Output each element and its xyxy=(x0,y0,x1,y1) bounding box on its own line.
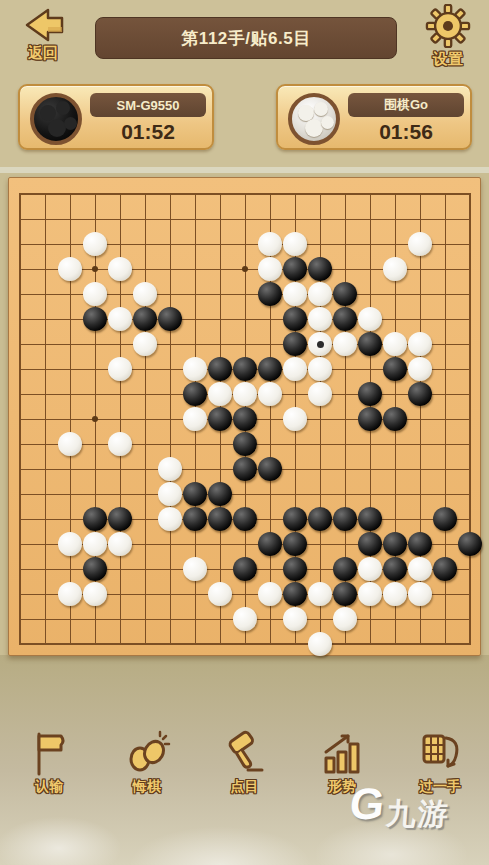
black-stone-13-13 xyxy=(333,507,357,531)
white-stone-13-17 xyxy=(333,607,357,631)
black-stone-13-4 xyxy=(333,282,357,306)
black-stone-13-5 xyxy=(333,307,357,331)
white-stone-16-6 xyxy=(408,332,432,356)
white-stone-10-8 xyxy=(258,382,282,406)
white-stone-12-7 xyxy=(308,357,332,381)
black-stone-4-13 xyxy=(108,507,132,531)
white-stone-15-6 xyxy=(383,332,407,356)
white-stone-3-4 xyxy=(83,282,107,306)
white-stone-12-18 xyxy=(308,632,332,656)
white-player-name-plate: 围棋Go xyxy=(348,93,464,117)
black-stone-11-13 xyxy=(283,507,307,531)
black-stone-3-15 xyxy=(83,557,107,581)
back-arrow-icon xyxy=(12,6,74,46)
white-stone-15-16 xyxy=(383,582,407,606)
black-stone-11-6 xyxy=(283,332,307,356)
black-player-name: SM-G9550 xyxy=(117,98,180,113)
white-stone-16-2 xyxy=(408,232,432,256)
black-stone-8-13 xyxy=(208,507,232,531)
settings-label: 设置 xyxy=(417,50,479,69)
white-stone-16-15 xyxy=(408,557,432,581)
white-stone-12-4 xyxy=(308,282,332,306)
last-move-marker xyxy=(317,341,324,348)
white-stone-4-3 xyxy=(108,257,132,281)
black-player-avatar xyxy=(30,93,82,145)
undo-button[interactable]: 悔棋 xyxy=(102,730,192,796)
black-stone-14-9 xyxy=(358,407,382,431)
black-stone-11-3 xyxy=(283,257,307,281)
white-stone-10-3 xyxy=(258,257,282,281)
white-stone-5-4 xyxy=(133,282,157,306)
white-stone-11-4 xyxy=(283,282,307,306)
black-player-clock: 01:52 xyxy=(90,120,206,144)
white-player-name: 围棋Go xyxy=(384,96,428,114)
black-stone-9-11 xyxy=(233,457,257,481)
black-stone-14-13 xyxy=(358,507,382,531)
chart-icon xyxy=(297,730,387,778)
resign-label: 认输 xyxy=(4,778,94,796)
star-point xyxy=(92,416,98,422)
white-stone-2-14 xyxy=(58,532,82,556)
white-stone-6-11 xyxy=(158,457,182,481)
gavel-icon xyxy=(199,730,289,778)
white-stone-11-7 xyxy=(283,357,307,381)
black-stone-13-15 xyxy=(333,557,357,581)
move-info-plate: 第112手/贴6.5目 xyxy=(95,17,397,59)
white-stone-12-6 xyxy=(308,332,332,356)
white-stone-6-13 xyxy=(158,507,182,531)
black-stone-11-5 xyxy=(283,307,307,331)
watermark-logo: G 九游 xyxy=(350,782,480,838)
white-stone-7-9 xyxy=(183,407,207,431)
black-stone-13-16 xyxy=(333,582,357,606)
black-stone-7-13 xyxy=(183,507,207,531)
watermark-text: 九游 xyxy=(385,794,452,835)
black-stone-15-7 xyxy=(383,357,407,381)
white-stone-11-9 xyxy=(283,407,307,431)
white-stone-2-3 xyxy=(58,257,82,281)
watermark-mark: G xyxy=(348,782,387,826)
flag-icon xyxy=(4,730,94,778)
gear-icon xyxy=(425,34,471,51)
black-stone-16-8 xyxy=(408,382,432,406)
count-button[interactable]: 点目 xyxy=(199,730,289,796)
white-stone-4-7 xyxy=(108,357,132,381)
white-stone-4-14 xyxy=(108,532,132,556)
white-stone-8-16 xyxy=(208,582,232,606)
player-card-black: SM-G9550 01:52 xyxy=(18,84,214,150)
black-stone-14-8 xyxy=(358,382,382,406)
white-stone-8-8 xyxy=(208,382,232,406)
white-stone-12-16 xyxy=(308,582,332,606)
black-stone-15-9 xyxy=(383,407,407,431)
black-stone-16-14 xyxy=(408,532,432,556)
white-stone-12-5 xyxy=(308,307,332,331)
back-label: 返回 xyxy=(12,44,74,63)
go-board[interactable] xyxy=(8,177,481,656)
black-stone-15-15 xyxy=(383,557,407,581)
white-stone-7-7 xyxy=(183,357,207,381)
player-card-white: 围棋Go 01:56 xyxy=(276,84,472,150)
white-stone-9-8 xyxy=(233,382,257,406)
black-stone-14-14 xyxy=(358,532,382,556)
black-stone-9-7 xyxy=(233,357,257,381)
settings-button[interactable]: 设置 xyxy=(417,4,479,68)
white-stone-4-5 xyxy=(108,307,132,331)
white-stone-11-2 xyxy=(283,232,307,256)
white-stone-2-16 xyxy=(58,582,82,606)
black-stone-18-14 xyxy=(458,532,482,556)
black-stone-3-5 xyxy=(83,307,107,331)
white-stone-3-16 xyxy=(83,582,107,606)
white-stone-13-6 xyxy=(333,332,357,356)
white-stone-16-16 xyxy=(408,582,432,606)
black-stone-12-3 xyxy=(308,257,332,281)
black-stone-10-14 xyxy=(258,532,282,556)
pass-icon xyxy=(395,730,485,778)
black-stone-10-4 xyxy=(258,282,282,306)
black-stone-8-9 xyxy=(208,407,232,431)
white-stone-9-17 xyxy=(233,607,257,631)
white-stone-2-10 xyxy=(58,432,82,456)
black-stone-14-6 xyxy=(358,332,382,356)
stones-icon xyxy=(102,730,192,778)
black-stone-17-15 xyxy=(433,557,457,581)
black-stone-6-5 xyxy=(158,307,182,331)
white-stone-16-7 xyxy=(408,357,432,381)
black-stone-10-11 xyxy=(258,457,282,481)
white-stone-12-8 xyxy=(308,382,332,406)
star-point xyxy=(242,266,248,272)
black-stone-11-16 xyxy=(283,582,307,606)
black-stone-11-15 xyxy=(283,557,307,581)
white-stone-14-16 xyxy=(358,582,382,606)
white-stone-5-6 xyxy=(133,332,157,356)
white-stone-14-5 xyxy=(358,307,382,331)
white-stone-14-15 xyxy=(358,557,382,581)
white-stone-3-2 xyxy=(83,232,107,256)
black-stone-5-5 xyxy=(133,307,157,331)
white-stone-10-2 xyxy=(258,232,282,256)
white-stone-10-16 xyxy=(258,582,282,606)
black-stone-10-7 xyxy=(258,357,282,381)
black-stone-3-13 xyxy=(83,507,107,531)
white-stone-4-10 xyxy=(108,432,132,456)
white-player-avatar xyxy=(288,93,340,145)
black-stone-9-9 xyxy=(233,407,257,431)
move-info-text: 第112手/贴6.5目 xyxy=(181,27,310,50)
black-stone-17-13 xyxy=(433,507,457,531)
black-stone-9-15 xyxy=(233,557,257,581)
white-stone-3-14 xyxy=(83,532,107,556)
black-stone-7-12 xyxy=(183,482,207,506)
star-point xyxy=(92,266,98,272)
black-stone-11-14 xyxy=(283,532,307,556)
white-stone-6-12 xyxy=(158,482,182,506)
white-stone-15-3 xyxy=(383,257,407,281)
black-player-name-plate: SM-G9550 xyxy=(90,93,206,117)
count-label: 点目 xyxy=(199,778,289,796)
black-stone-8-12 xyxy=(208,482,232,506)
black-stone-15-14 xyxy=(383,532,407,556)
back-button[interactable]: 返回 xyxy=(12,6,74,68)
black-stone-8-7 xyxy=(208,357,232,381)
black-stone-9-10 xyxy=(233,432,257,456)
resign-button[interactable]: 认输 xyxy=(4,730,94,796)
undo-label: 悔棋 xyxy=(102,778,192,796)
black-stone-7-8 xyxy=(183,382,207,406)
black-stone-12-13 xyxy=(308,507,332,531)
section-separator xyxy=(0,167,489,173)
white-stone-7-15 xyxy=(183,557,207,581)
black-stone-9-13 xyxy=(233,507,257,531)
white-player-clock: 01:56 xyxy=(348,120,464,144)
white-stone-11-17 xyxy=(283,607,307,631)
